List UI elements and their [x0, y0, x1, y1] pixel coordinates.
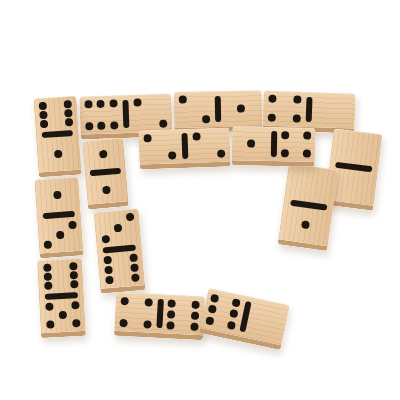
domino-half-1-pips — [85, 173, 128, 206]
pip — [169, 152, 177, 160]
pip — [101, 234, 110, 243]
pip — [103, 256, 112, 265]
pip — [97, 100, 105, 108]
pip — [144, 298, 152, 306]
pip — [167, 310, 175, 318]
bottom-row-tile-1 — [114, 292, 205, 341]
pip — [40, 120, 49, 129]
pip — [103, 186, 112, 195]
pip — [247, 140, 255, 148]
domino-half-1-pips — [34, 177, 80, 214]
pip — [43, 263, 51, 271]
pip — [208, 305, 217, 314]
pip — [168, 299, 176, 307]
pip — [190, 322, 198, 330]
pip — [53, 191, 62, 200]
domino-half-4-pips — [276, 127, 315, 162]
pip — [45, 303, 53, 311]
pip — [192, 132, 200, 140]
domino-half-0-pips — [284, 163, 338, 205]
pip — [54, 150, 63, 159]
domino-half-6-pips — [97, 250, 145, 289]
pip — [281, 149, 289, 157]
domino-half-1-pips — [278, 204, 332, 246]
pip — [210, 294, 219, 303]
domino-half-0-pips — [244, 297, 290, 345]
domino-half-3-pips — [94, 208, 142, 247]
domino-half-4-pips — [263, 90, 307, 126]
pip — [167, 321, 175, 329]
pip — [56, 231, 65, 240]
domino-half-0-pips — [311, 92, 355, 128]
domino-half-6-pips — [37, 258, 84, 294]
pip — [85, 122, 93, 130]
pip — [292, 115, 300, 123]
pip — [229, 309, 238, 318]
pip — [65, 118, 74, 127]
pip — [129, 254, 138, 263]
pip — [58, 311, 66, 319]
domino-half-1-pips — [232, 126, 271, 161]
pip — [302, 150, 310, 158]
pip — [104, 266, 113, 275]
inner-column-tile-2 — [94, 208, 146, 294]
pip — [131, 273, 140, 282]
domino-half-1-pips — [36, 135, 81, 172]
pip — [39, 101, 48, 110]
domino-half-2-pips — [187, 127, 231, 162]
pip — [63, 100, 72, 109]
pip — [70, 280, 78, 288]
pip — [43, 272, 51, 280]
left-column-tile-2 — [34, 177, 83, 259]
domino-half-1-pips — [82, 137, 125, 170]
domino-half-2-pips — [128, 93, 172, 132]
pip — [303, 131, 311, 139]
pip — [281, 131, 289, 139]
pip — [72, 319, 80, 327]
pip — [301, 221, 310, 230]
pip — [85, 100, 93, 108]
bottom-row-tile-2 — [199, 288, 290, 350]
pip — [268, 94, 276, 102]
domino-half-1-pips — [221, 90, 263, 127]
pip — [64, 109, 73, 118]
second-row-tile-2 — [232, 126, 316, 166]
domino-half-2-pips — [174, 91, 216, 128]
domino-half-6-pips — [79, 95, 123, 134]
second-row-tile-1 — [138, 127, 230, 169]
pip — [232, 298, 241, 307]
pip — [119, 318, 127, 326]
pip — [217, 150, 225, 158]
pip — [44, 281, 52, 289]
pip — [99, 150, 108, 159]
inner-column-tile-1 — [82, 137, 129, 209]
pip — [110, 121, 118, 129]
pip — [237, 105, 245, 113]
pip — [125, 213, 134, 222]
domino-half-2-pips — [138, 129, 182, 164]
domino-half-5-pips — [39, 297, 86, 333]
pip — [192, 300, 200, 308]
pip — [205, 316, 214, 325]
pip — [98, 121, 106, 129]
pip — [159, 119, 167, 127]
domino-half-3-pips — [37, 216, 83, 253]
pip — [44, 241, 53, 250]
left-column-tile-3 — [37, 258, 86, 338]
pip — [69, 262, 77, 270]
pip — [202, 115, 210, 123]
domino-half-6-pips — [162, 294, 205, 335]
domino-half-4-pips — [114, 292, 157, 333]
pip — [293, 95, 301, 103]
pip — [120, 296, 128, 304]
pip — [144, 134, 152, 142]
pip — [39, 111, 48, 120]
right-column-tile-2 — [278, 163, 339, 251]
pip — [191, 311, 199, 319]
pip — [109, 100, 117, 108]
pip — [68, 220, 77, 229]
pip — [69, 271, 77, 279]
pip — [46, 321, 54, 329]
pip — [227, 321, 236, 330]
pip — [71, 301, 79, 309]
domino-half-6-pips — [33, 96, 78, 133]
pip — [143, 320, 151, 328]
pip — [179, 96, 187, 104]
pip — [134, 99, 142, 107]
pip — [113, 223, 122, 232]
pip — [105, 276, 114, 285]
pip — [130, 264, 139, 273]
pip — [268, 114, 276, 122]
domino-photo-board — [0, 0, 400, 400]
left-column-tile-1 — [33, 96, 81, 178]
